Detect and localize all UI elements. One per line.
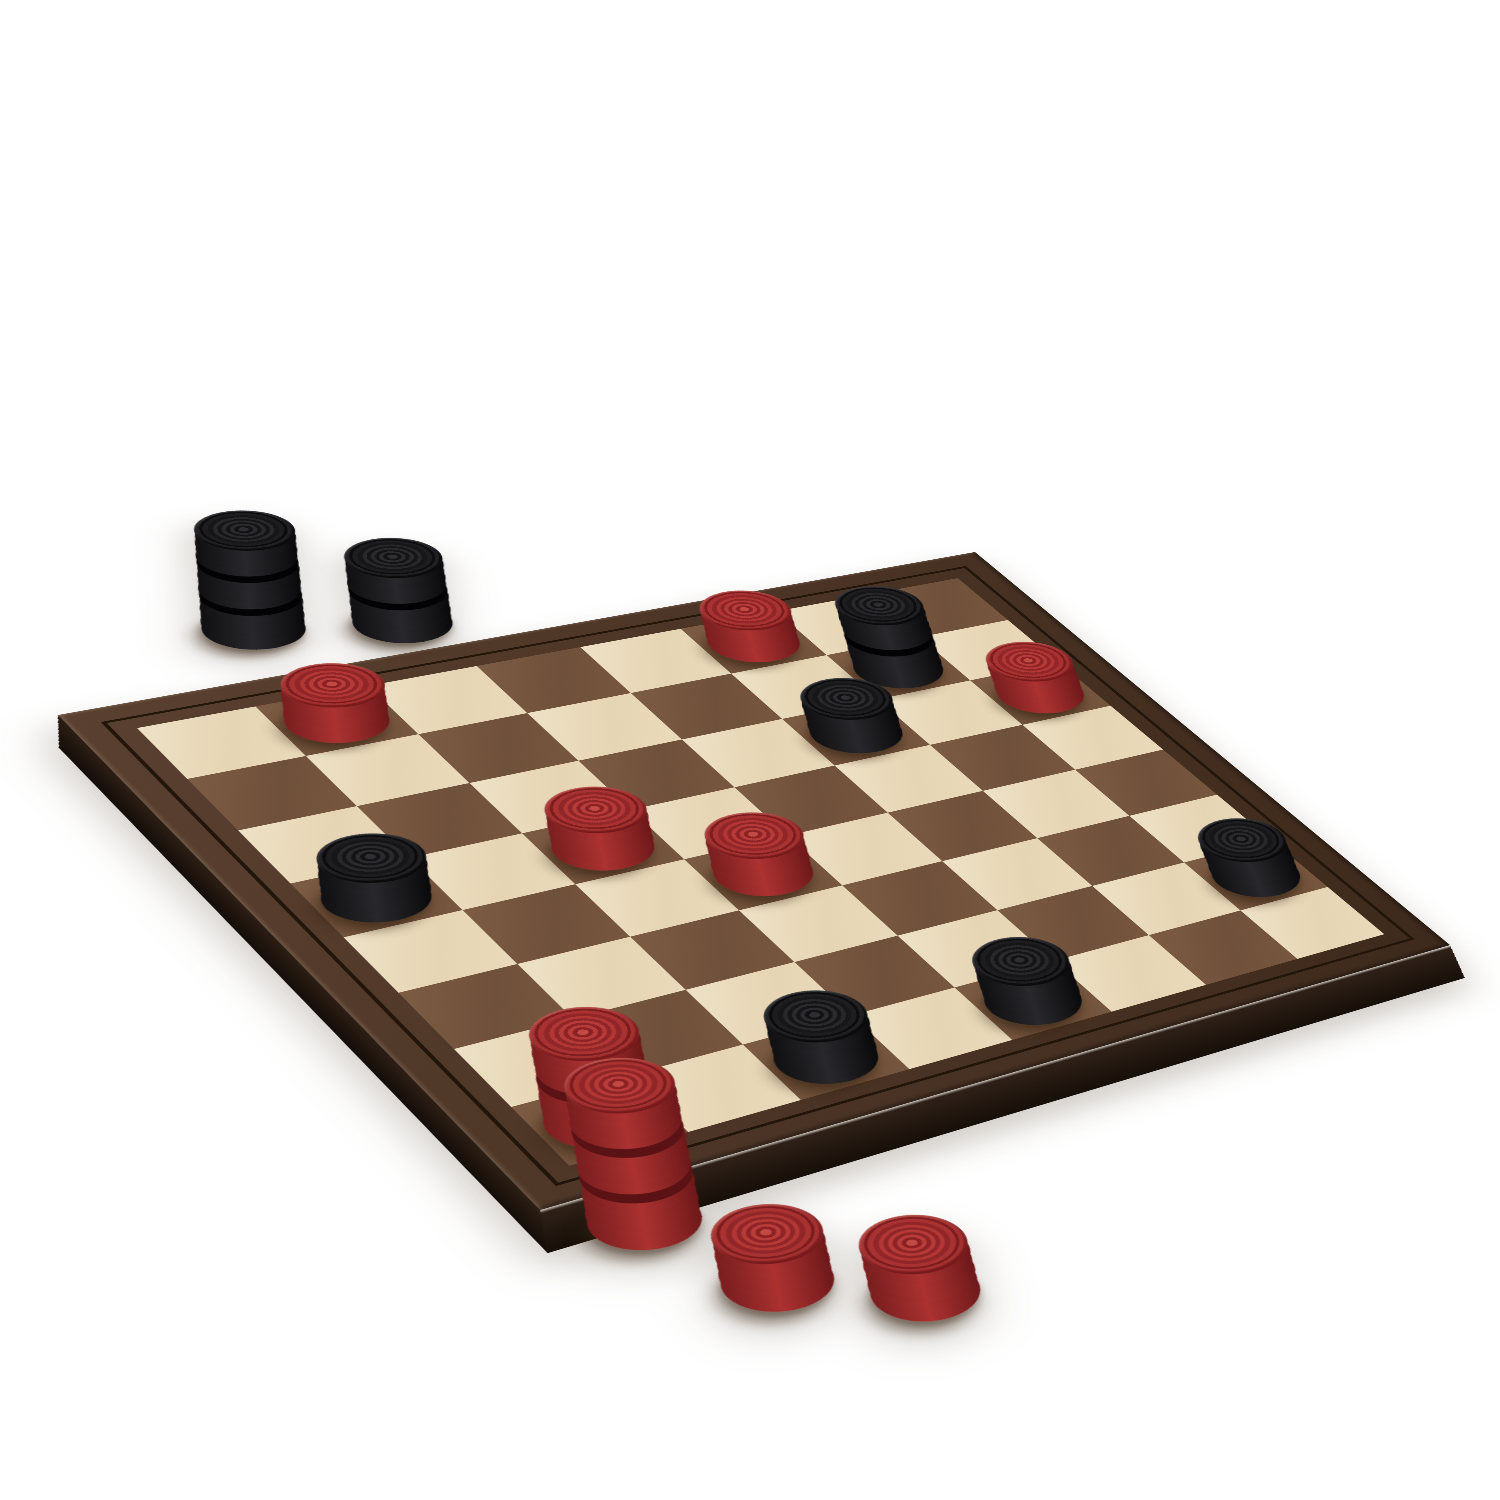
scene bbox=[0, 0, 1500, 1500]
board-plane bbox=[58, 552, 1450, 1210]
